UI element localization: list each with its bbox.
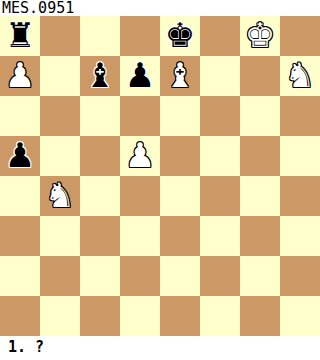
square-f5[interactable] (200, 136, 240, 176)
square-f7[interactable] (200, 56, 240, 96)
square-a1[interactable] (0, 296, 40, 336)
square-e8[interactable]: ♚ (160, 16, 200, 56)
chess-puzzle-page: MES.0951 ♜♚♚♟♝♟♝♞♟♟♞ 1. ? (0, 0, 320, 360)
square-a4[interactable] (0, 176, 40, 216)
black-rook-piece: ♜ (5, 15, 35, 55)
square-c4[interactable] (80, 176, 120, 216)
square-e1[interactable] (160, 296, 200, 336)
square-h4[interactable] (280, 176, 320, 216)
square-c5[interactable] (80, 136, 120, 176)
square-a2[interactable] (0, 256, 40, 296)
square-g8[interactable]: ♚ (240, 16, 280, 56)
square-d1[interactable] (120, 296, 160, 336)
square-e5[interactable] (160, 136, 200, 176)
square-e7[interactable]: ♝ (160, 56, 200, 96)
square-c3[interactable] (80, 216, 120, 256)
black-king-piece: ♚ (165, 15, 195, 55)
puzzle-id-title: MES.0951 (0, 0, 320, 16)
black-pawn-piece: ♟ (125, 55, 155, 95)
square-d6[interactable] (120, 96, 160, 136)
square-g7[interactable] (240, 56, 280, 96)
square-b1[interactable] (40, 296, 80, 336)
square-g4[interactable] (240, 176, 280, 216)
square-c8[interactable] (80, 16, 120, 56)
white-bishop-piece: ♝ (165, 55, 195, 95)
move-prompt: 1. ? (0, 336, 320, 360)
square-e6[interactable] (160, 96, 200, 136)
square-h5[interactable] (280, 136, 320, 176)
square-g6[interactable] (240, 96, 280, 136)
square-f2[interactable] (200, 256, 240, 296)
square-g5[interactable] (240, 136, 280, 176)
black-pawn-piece: ♟ (5, 135, 35, 175)
white-knight-piece: ♞ (45, 175, 75, 215)
square-d2[interactable] (120, 256, 160, 296)
square-f4[interactable] (200, 176, 240, 216)
white-knight-piece: ♞ (285, 55, 315, 95)
square-h6[interactable] (280, 96, 320, 136)
square-c2[interactable] (80, 256, 120, 296)
square-e4[interactable] (160, 176, 200, 216)
square-b2[interactable] (40, 256, 80, 296)
square-e2[interactable] (160, 256, 200, 296)
square-d8[interactable] (120, 16, 160, 56)
square-g3[interactable] (240, 216, 280, 256)
square-b6[interactable] (40, 96, 80, 136)
square-a6[interactable] (0, 96, 40, 136)
square-b3[interactable] (40, 216, 80, 256)
black-bishop-piece: ♝ (85, 55, 115, 95)
chess-board: ♜♚♚♟♝♟♝♞♟♟♞ (0, 16, 320, 336)
square-a3[interactable] (0, 216, 40, 256)
square-c1[interactable] (80, 296, 120, 336)
square-a8[interactable]: ♜ (0, 16, 40, 56)
square-g1[interactable] (240, 296, 280, 336)
square-f1[interactable] (200, 296, 240, 336)
square-c7[interactable]: ♝ (80, 56, 120, 96)
square-e3[interactable] (160, 216, 200, 256)
square-d5[interactable]: ♟ (120, 136, 160, 176)
square-a7[interactable]: ♟ (0, 56, 40, 96)
square-f6[interactable] (200, 96, 240, 136)
square-h8[interactable] (280, 16, 320, 56)
square-d3[interactable] (120, 216, 160, 256)
square-h7[interactable]: ♞ (280, 56, 320, 96)
square-f8[interactable] (200, 16, 240, 56)
square-g2[interactable] (240, 256, 280, 296)
square-h3[interactable] (280, 216, 320, 256)
square-h2[interactable] (280, 256, 320, 296)
square-c6[interactable] (80, 96, 120, 136)
square-d4[interactable] (120, 176, 160, 216)
white-pawn-piece: ♟ (5, 55, 35, 95)
square-b7[interactable] (40, 56, 80, 96)
square-b5[interactable] (40, 136, 80, 176)
square-d7[interactable]: ♟ (120, 56, 160, 96)
square-a5[interactable]: ♟ (0, 136, 40, 176)
square-b8[interactable] (40, 16, 80, 56)
square-f3[interactable] (200, 216, 240, 256)
white-king-piece: ♚ (245, 15, 275, 55)
square-h1[interactable] (280, 296, 320, 336)
white-pawn-piece: ♟ (125, 135, 155, 175)
square-b4[interactable]: ♞ (40, 176, 80, 216)
